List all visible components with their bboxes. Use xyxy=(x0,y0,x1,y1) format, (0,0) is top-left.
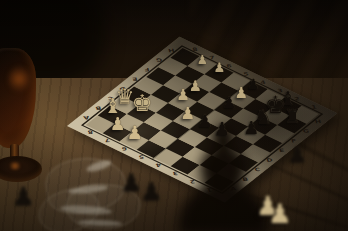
chess-photo-scene: ABCDEFGH ABCDEFGH 87654321 87654321 ♝♛♚♟… xyxy=(0,0,348,231)
beer-glass-glint xyxy=(8,162,22,170)
plastic-bag xyxy=(38,150,148,231)
beer-amber-glow xyxy=(8,66,30,92)
